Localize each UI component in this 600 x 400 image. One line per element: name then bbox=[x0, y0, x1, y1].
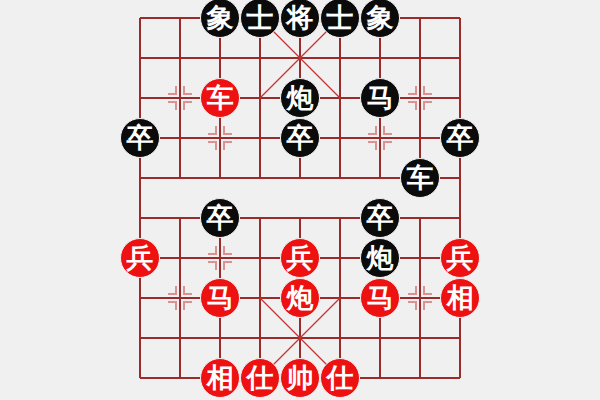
piece-black-advisor[interactable]: 士 bbox=[240, 0, 280, 38]
piece-red-cannon[interactable]: 炮 bbox=[280, 278, 320, 318]
piece-red-advisor[interactable]: 仕 bbox=[320, 358, 360, 398]
xiangqi-board: 象士将士象车炮马卒卒卒车卒卒兵兵炮兵马炮马相相仕帅仕 bbox=[0, 0, 600, 400]
piece-black-elephant[interactable]: 象 bbox=[360, 0, 400, 38]
piece-black-soldier[interactable]: 卒 bbox=[200, 198, 240, 238]
piece-black-advisor[interactable]: 士 bbox=[320, 0, 360, 38]
piece-black-general[interactable]: 将 bbox=[280, 0, 320, 38]
piece-red-elephant[interactable]: 相 bbox=[200, 358, 240, 398]
piece-black-soldier[interactable]: 卒 bbox=[360, 198, 400, 238]
pieces-layer: 象士将士象车炮马卒卒卒车卒卒兵兵炮兵马炮马相相仕帅仕 bbox=[0, 0, 600, 400]
piece-red-soldier[interactable]: 兵 bbox=[120, 238, 160, 278]
piece-black-soldier[interactable]: 卒 bbox=[440, 118, 480, 158]
piece-black-cannon[interactable]: 炮 bbox=[280, 78, 320, 118]
piece-red-soldier[interactable]: 兵 bbox=[280, 238, 320, 278]
piece-red-general[interactable]: 帅 bbox=[280, 358, 320, 398]
piece-red-advisor[interactable]: 仕 bbox=[240, 358, 280, 398]
piece-black-soldier[interactable]: 卒 bbox=[120, 118, 160, 158]
piece-red-horse[interactable]: 马 bbox=[200, 278, 240, 318]
piece-black-soldier[interactable]: 卒 bbox=[280, 118, 320, 158]
piece-red-horse[interactable]: 马 bbox=[360, 278, 400, 318]
piece-red-soldier[interactable]: 兵 bbox=[440, 238, 480, 278]
piece-black-chariot[interactable]: 车 bbox=[400, 158, 440, 198]
piece-red-elephant[interactable]: 相 bbox=[440, 278, 480, 318]
piece-black-elephant[interactable]: 象 bbox=[200, 0, 240, 38]
piece-black-horse[interactable]: 马 bbox=[360, 78, 400, 118]
piece-red-chariot[interactable]: 车 bbox=[200, 78, 240, 118]
piece-black-cannon[interactable]: 炮 bbox=[360, 238, 400, 278]
